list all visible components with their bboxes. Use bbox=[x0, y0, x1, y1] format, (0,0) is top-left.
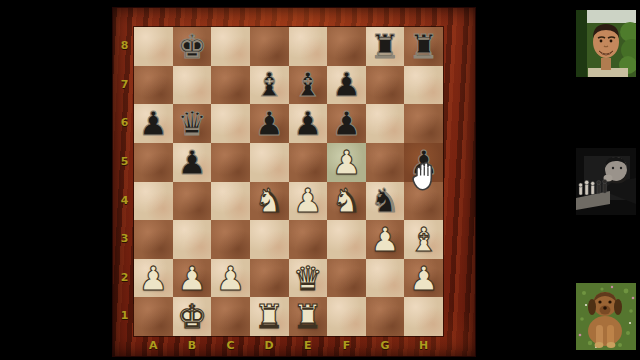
square-g5[interactable] bbox=[366, 143, 405, 182]
piece-wp-b2[interactable]: ♟ bbox=[177, 262, 207, 295]
piece-wn-f4[interactable]: ♞ bbox=[332, 184, 362, 217]
square-b5[interactable]: ♟ bbox=[173, 143, 212, 182]
piece-wp-c2[interactable]: ♟ bbox=[216, 262, 246, 295]
square-c8[interactable] bbox=[211, 27, 250, 66]
square-c7[interactable] bbox=[211, 66, 250, 105]
square-h7[interactable] bbox=[404, 66, 443, 105]
piece-bp-a6[interactable]: ♟ bbox=[139, 107, 169, 140]
square-e4[interactable]: ♟ bbox=[289, 182, 328, 221]
piece-br-h8[interactable]: ♜ bbox=[409, 30, 439, 63]
screen: ♚♜♜♝♝♟♟♛♟♟♟♟♟♟♞♟♞♞♟♝♟♟♟♛♟♚♜♜ 87654321 AB… bbox=[0, 0, 640, 360]
square-h4[interactable] bbox=[404, 182, 443, 221]
square-f5[interactable]: ♟ bbox=[327, 143, 366, 182]
square-c1[interactable] bbox=[211, 297, 250, 336]
square-a7[interactable] bbox=[134, 66, 173, 105]
square-e1[interactable]: ♜ bbox=[289, 297, 328, 336]
piece-wp-g3[interactable]: ♟ bbox=[370, 223, 400, 256]
puppy-photo bbox=[576, 283, 636, 350]
square-e8[interactable] bbox=[289, 27, 328, 66]
file-label-G: G bbox=[366, 338, 405, 353]
piece-wp-a2[interactable]: ♟ bbox=[139, 262, 169, 295]
square-e6[interactable]: ♟ bbox=[289, 104, 328, 143]
square-f6[interactable]: ♟ bbox=[327, 104, 366, 143]
square-f8[interactable] bbox=[327, 27, 366, 66]
square-h1[interactable] bbox=[404, 297, 443, 336]
square-c4[interactable] bbox=[211, 182, 250, 221]
file-label-F: F bbox=[327, 338, 366, 353]
square-a5[interactable] bbox=[134, 143, 173, 182]
file-label-A: A bbox=[134, 338, 173, 353]
square-h3[interactable]: ♝ bbox=[404, 220, 443, 259]
chess-board: ♚♜♜♝♝♟♟♛♟♟♟♟♟♟♞♟♞♞♟♝♟♟♟♛♟♚♜♜ bbox=[134, 27, 443, 336]
file-label-C: C bbox=[211, 338, 250, 353]
piece-bp-f6[interactable]: ♟ bbox=[332, 107, 362, 140]
piece-wk-b1[interactable]: ♚ bbox=[177, 300, 207, 333]
square-c5[interactable] bbox=[211, 143, 250, 182]
piece-wn-d4[interactable]: ♞ bbox=[254, 184, 284, 217]
square-a4[interactable] bbox=[134, 182, 173, 221]
piece-bp-e6[interactable]: ♟ bbox=[293, 107, 323, 140]
square-g8[interactable]: ♜ bbox=[366, 27, 405, 66]
rank-label-8: 8 bbox=[117, 27, 132, 66]
square-d8[interactable] bbox=[250, 27, 289, 66]
piece-wp-f5[interactable]: ♟ bbox=[332, 146, 362, 179]
square-a3[interactable] bbox=[134, 220, 173, 259]
file-label-D: D bbox=[250, 338, 289, 353]
file-label-E: E bbox=[289, 338, 328, 353]
square-g3[interactable]: ♟ bbox=[366, 220, 405, 259]
rank-label-7: 7 bbox=[117, 66, 132, 105]
square-f4[interactable]: ♞ bbox=[327, 182, 366, 221]
piece-bp-d6[interactable]: ♟ bbox=[254, 107, 284, 140]
square-a2[interactable]: ♟ bbox=[134, 259, 173, 298]
smiling-man-photo bbox=[576, 10, 636, 77]
piece-bp-h5[interactable]: ♟ bbox=[409, 146, 439, 179]
piece-bk-b8[interactable]: ♚ bbox=[177, 30, 207, 63]
square-e3[interactable] bbox=[289, 220, 328, 259]
square-c3[interactable] bbox=[211, 220, 250, 259]
piece-wp-e4[interactable]: ♟ bbox=[293, 184, 323, 217]
square-f2[interactable] bbox=[327, 259, 366, 298]
piece-wq-e2[interactable]: ♛ bbox=[293, 262, 323, 295]
square-b6[interactable]: ♛ bbox=[173, 104, 212, 143]
square-b7[interactable] bbox=[173, 66, 212, 105]
chess-board-frame: ♚♜♜♝♝♟♟♛♟♟♟♟♟♟♞♟♞♞♟♝♟♟♟♛♟♚♜♜ 87654321 AB… bbox=[111, 6, 477, 358]
square-b2[interactable]: ♟ bbox=[173, 259, 212, 298]
piece-bb-e7[interactable]: ♝ bbox=[293, 68, 323, 101]
square-b4[interactable] bbox=[173, 182, 212, 221]
square-g6[interactable] bbox=[366, 104, 405, 143]
file-label-H: H bbox=[404, 338, 443, 353]
piece-bp-b5[interactable]: ♟ bbox=[177, 146, 207, 179]
rank-label-1: 1 bbox=[117, 297, 132, 336]
square-h5[interactable]: ♟ bbox=[404, 143, 443, 182]
file-label-B: B bbox=[173, 338, 212, 353]
square-d6[interactable]: ♟ bbox=[250, 104, 289, 143]
square-f7[interactable]: ♟ bbox=[327, 66, 366, 105]
square-a8[interactable] bbox=[134, 27, 173, 66]
square-c6[interactable] bbox=[211, 104, 250, 143]
rank-label-3: 3 bbox=[117, 220, 132, 259]
square-d2[interactable] bbox=[250, 259, 289, 298]
square-d4[interactable]: ♞ bbox=[250, 182, 289, 221]
square-b3[interactable] bbox=[173, 220, 212, 259]
rank-label-2: 2 bbox=[117, 259, 132, 298]
square-d1[interactable]: ♜ bbox=[250, 297, 289, 336]
chess-player-photo bbox=[576, 148, 636, 215]
piece-bb-d7[interactable]: ♝ bbox=[254, 68, 284, 101]
piece-wb-h3[interactable]: ♝ bbox=[409, 223, 439, 256]
square-d7[interactable]: ♝ bbox=[250, 66, 289, 105]
square-g2[interactable] bbox=[366, 259, 405, 298]
square-b1[interactable]: ♚ bbox=[173, 297, 212, 336]
rank-label-4: 4 bbox=[117, 182, 132, 221]
square-h8[interactable]: ♜ bbox=[404, 27, 443, 66]
square-a1[interactable] bbox=[134, 297, 173, 336]
square-g4[interactable]: ♞ bbox=[366, 182, 405, 221]
piece-wp-h2[interactable]: ♟ bbox=[409, 262, 439, 295]
square-h6[interactable] bbox=[404, 104, 443, 143]
square-d3[interactable] bbox=[250, 220, 289, 259]
piece-bp-f7[interactable]: ♟ bbox=[332, 68, 362, 101]
square-e2[interactable]: ♛ bbox=[289, 259, 328, 298]
piece-wr-d1[interactable]: ♜ bbox=[254, 300, 284, 333]
square-g7[interactable] bbox=[366, 66, 405, 105]
piece-bn-g4[interactable]: ♞ bbox=[370, 184, 400, 217]
square-f3[interactable] bbox=[327, 220, 366, 259]
square-h2[interactable]: ♟ bbox=[404, 259, 443, 298]
square-b8[interactable]: ♚ bbox=[173, 27, 212, 66]
square-a6[interactable]: ♟ bbox=[134, 104, 173, 143]
square-e5[interactable] bbox=[289, 143, 328, 182]
rank-label-6: 6 bbox=[117, 104, 132, 143]
piece-bq-b6[interactable]: ♛ bbox=[177, 107, 207, 140]
piece-wr-e1[interactable]: ♜ bbox=[293, 300, 323, 333]
piece-br-g8[interactable]: ♜ bbox=[370, 30, 400, 63]
square-d5[interactable] bbox=[250, 143, 289, 182]
rank-label-5: 5 bbox=[117, 143, 132, 182]
square-f1[interactable] bbox=[327, 297, 366, 336]
square-e7[interactable]: ♝ bbox=[289, 66, 328, 105]
square-c2[interactable]: ♟ bbox=[211, 259, 250, 298]
square-g1[interactable] bbox=[366, 297, 405, 336]
